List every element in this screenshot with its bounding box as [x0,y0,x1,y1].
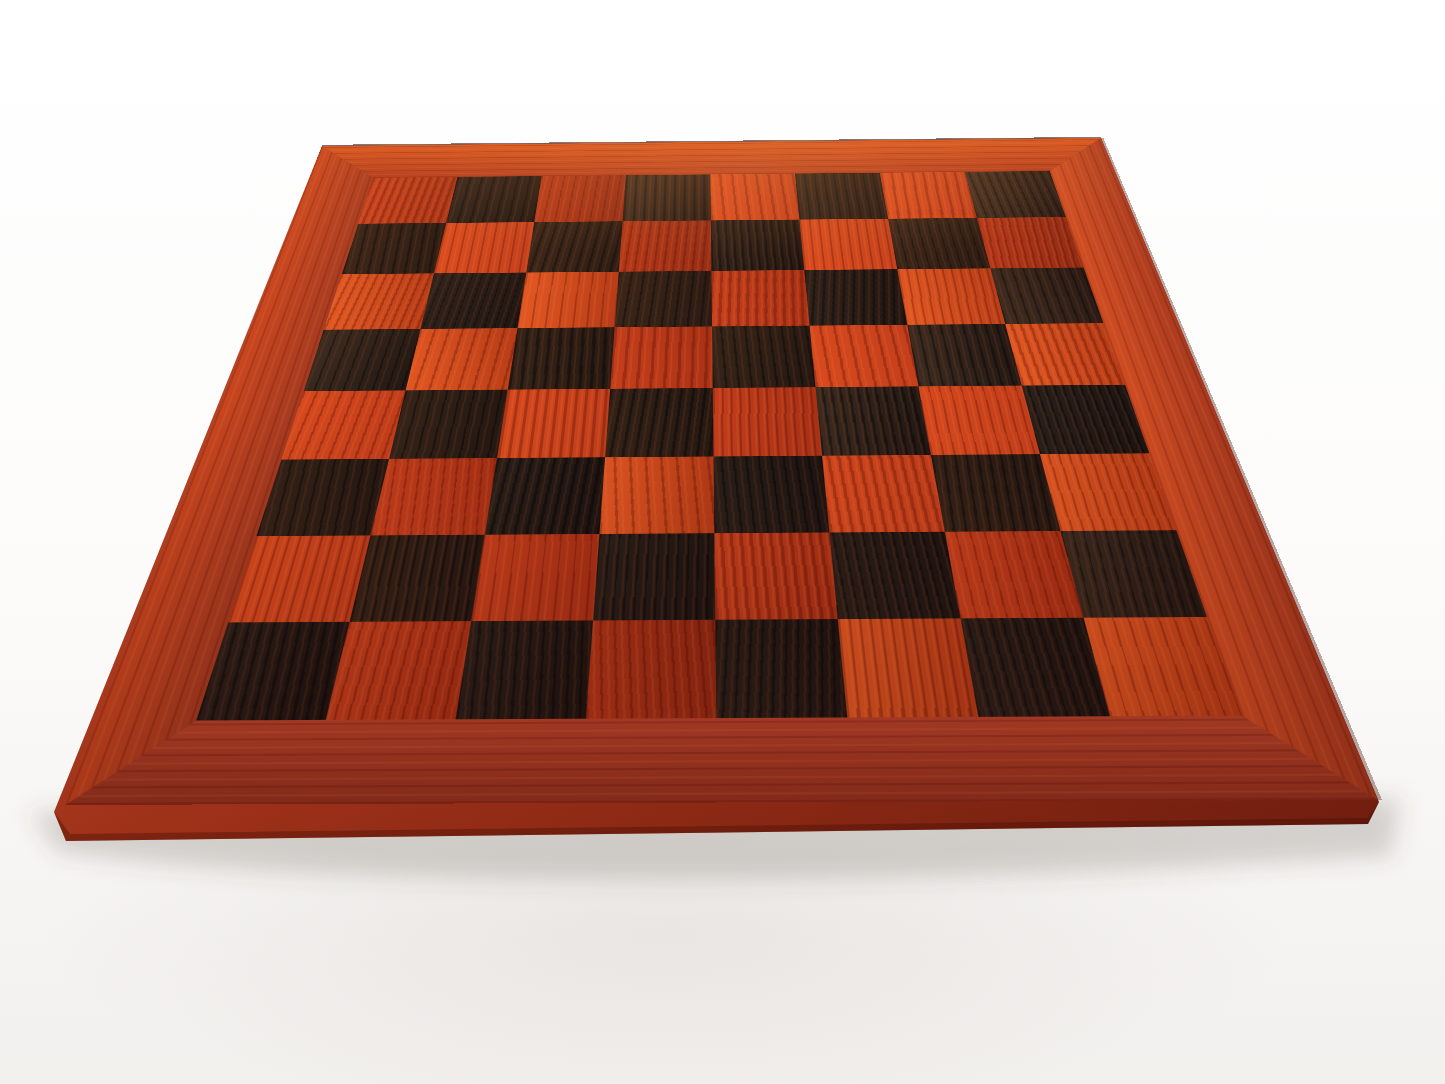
square-e5 [712,326,815,388]
square-b4 [389,390,508,459]
square-h6 [990,268,1103,324]
square-g6 [897,268,1005,324]
square-a7 [342,223,446,274]
board-frame-bottom [65,715,1378,805]
square-g3 [931,454,1061,532]
square-a6 [324,273,434,329]
square-c1 [456,620,593,719]
square-d6 [615,271,712,327]
square-b7 [434,222,534,273]
scene [0,0,1445,1084]
square-e1 [715,619,847,718]
square-c5 [508,327,615,389]
square-c6 [518,272,619,328]
square-f8 [795,173,888,220]
square-g8 [880,172,977,219]
square-a8 [358,177,457,224]
square-e6 [711,270,809,326]
square-c8 [534,175,626,222]
square-b8 [446,176,541,223]
square-c7 [526,221,622,272]
square-h7 [977,217,1084,268]
square-b2 [350,535,485,622]
square-h8 [965,171,1066,218]
square-d8 [623,174,711,221]
square-e2 [714,532,837,619]
square-f2 [829,532,960,619]
square-g5 [907,324,1021,386]
square-d3 [599,456,714,533]
square-d2 [593,533,715,620]
square-b1 [326,621,471,720]
square-e3 [713,456,829,534]
square-f1 [838,618,979,717]
square-f6 [804,269,907,325]
square-e8 [710,174,799,221]
square-f3 [822,455,945,533]
square-a5 [304,329,421,391]
square-d4 [605,388,713,457]
square-c4 [497,389,610,458]
square-e7 [711,220,804,271]
square-f5 [810,325,919,387]
square-d7 [619,220,712,271]
square-g7 [888,218,990,269]
square-e4 [713,387,822,456]
square-a4 [281,390,405,459]
square-f7 [799,219,897,270]
square-f4 [815,386,930,455]
square-b6 [421,273,527,329]
square-d1 [586,620,717,719]
square-g4 [918,386,1039,455]
square-c2 [471,534,599,621]
square-g2 [945,531,1084,618]
square-b3 [370,458,496,535]
square-b5 [406,328,518,390]
square-c3 [485,457,605,534]
square-d5 [610,326,713,388]
